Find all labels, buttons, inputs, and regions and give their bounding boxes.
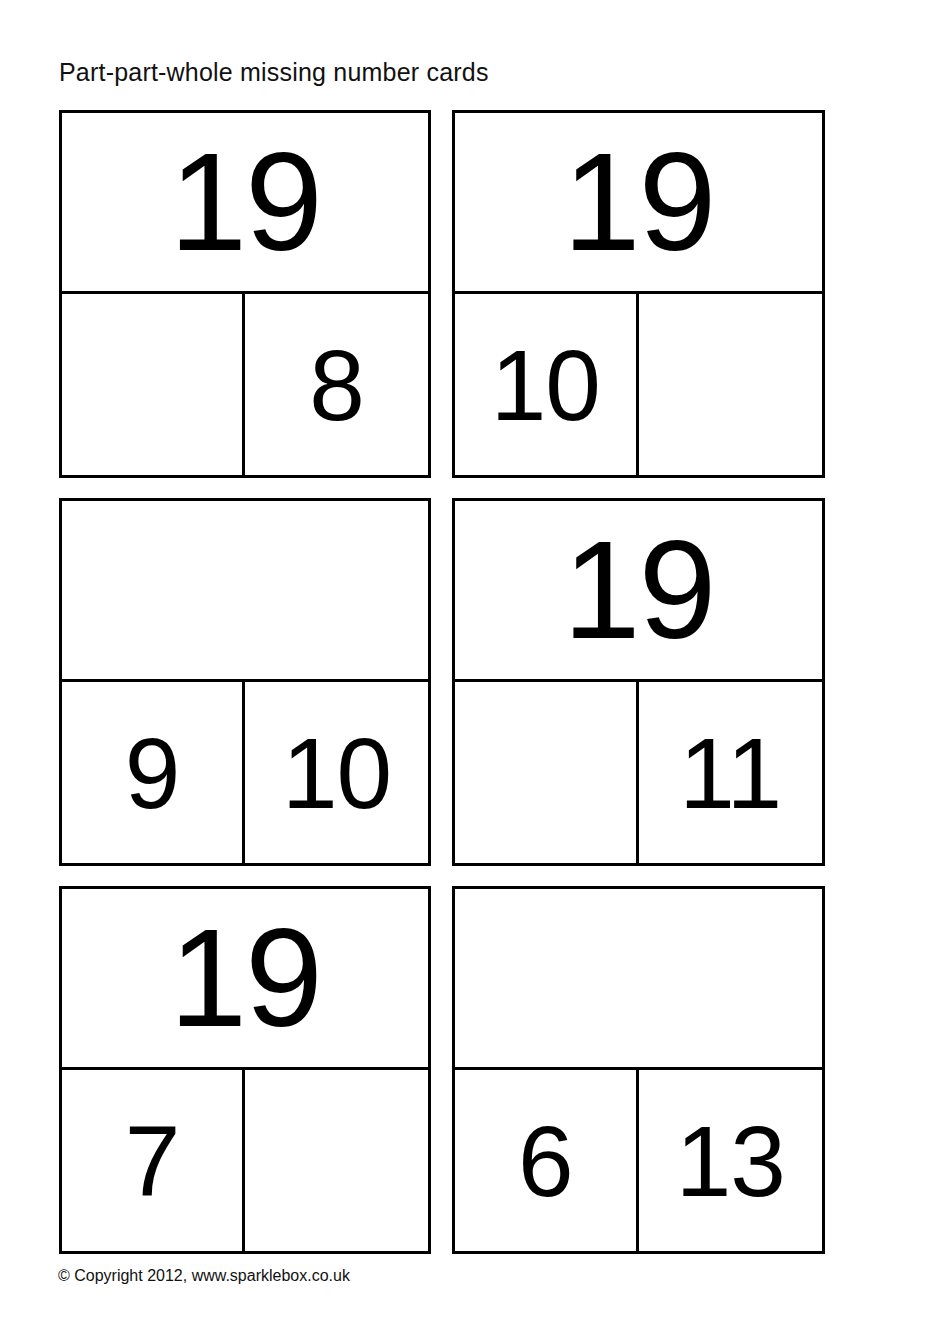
- card-top-left: 19 8: [59, 110, 431, 478]
- part-right-cell: 11: [639, 682, 823, 863]
- card-middle-left: 9 10: [59, 498, 431, 866]
- parts-row: 9 10: [62, 682, 428, 863]
- part-left-cell: 7: [62, 1070, 245, 1251]
- part-left-cell: [455, 682, 639, 863]
- cards-grid: 19 8 19 10 9 10 19 11: [59, 110, 825, 1254]
- whole-number-cell: 19: [455, 113, 822, 294]
- whole-number-cell: 19: [455, 501, 822, 682]
- whole-number-cell: 19: [62, 889, 428, 1070]
- part-left-cell: 6: [455, 1070, 639, 1251]
- parts-row: 10: [455, 294, 822, 475]
- whole-number-cell: 19: [62, 113, 428, 294]
- parts-row: 6 13: [455, 1070, 822, 1251]
- whole-number-cell: [62, 501, 428, 682]
- whole-number-cell: [455, 889, 822, 1070]
- card-bottom-left: 19 7: [59, 886, 431, 1254]
- part-left-cell: 9: [62, 682, 245, 863]
- part-left-cell: 10: [455, 294, 639, 475]
- parts-row: 11: [455, 682, 822, 863]
- part-right-cell: [245, 1070, 428, 1251]
- card-bottom-right: 6 13: [452, 886, 825, 1254]
- page-title: Part-part-whole missing number cards: [59, 58, 489, 87]
- part-right-cell: [639, 294, 823, 475]
- part-right-cell: 13: [639, 1070, 823, 1251]
- card-middle-right: 19 11: [452, 498, 825, 866]
- parts-row: 7: [62, 1070, 428, 1251]
- card-top-right: 19 10: [452, 110, 825, 478]
- part-left-cell: [62, 294, 245, 475]
- copyright-footer: © Copyright 2012, www.sparklebox.co.uk: [58, 1267, 350, 1285]
- part-right-cell: 10: [245, 682, 428, 863]
- parts-row: 8: [62, 294, 428, 475]
- part-right-cell: 8: [245, 294, 428, 475]
